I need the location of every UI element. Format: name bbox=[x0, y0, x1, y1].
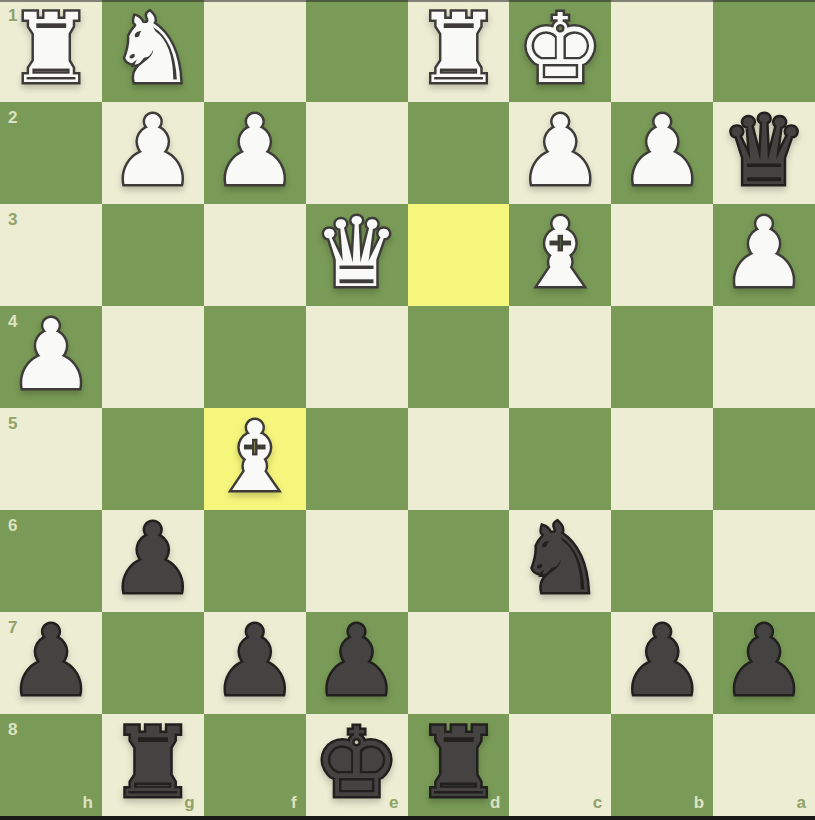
black-king-icon[interactable]: ♚ bbox=[314, 715, 400, 811]
square-b3[interactable] bbox=[611, 204, 713, 306]
black-pawn-icon[interactable]: ♟ bbox=[314, 613, 400, 709]
square-b2[interactable]: ♟ bbox=[611, 102, 713, 204]
square-h7[interactable]: ♟7 bbox=[0, 612, 102, 714]
square-g7[interactable] bbox=[102, 612, 204, 714]
square-b8[interactable]: b bbox=[611, 714, 713, 816]
square-f6[interactable] bbox=[204, 510, 306, 612]
square-c7[interactable] bbox=[509, 612, 611, 714]
square-f7[interactable]: ♟ bbox=[204, 612, 306, 714]
square-h3[interactable]: 3 bbox=[0, 204, 102, 306]
file-label-h: h bbox=[82, 794, 92, 811]
window-top-edge bbox=[0, 0, 815, 2]
rank-label-5: 5 bbox=[8, 415, 17, 432]
white-knight-icon[interactable]: ♞ bbox=[110, 1, 196, 97]
square-g4[interactable] bbox=[102, 306, 204, 408]
black-pawn-icon[interactable]: ♟ bbox=[110, 511, 196, 607]
chess-board-screen: ♜1♞♜♚2♟♟♟♟♛3♛♝♟♟45♝6♟♞♟7♟♟♟♟8h♜gf♚e♜dcba bbox=[0, 0, 815, 820]
file-label-g: g bbox=[184, 794, 194, 811]
square-c8[interactable]: c bbox=[509, 714, 611, 816]
square-h6[interactable]: 6 bbox=[0, 510, 102, 612]
square-f3[interactable] bbox=[204, 204, 306, 306]
black-pawn-icon[interactable]: ♟ bbox=[619, 613, 705, 709]
square-d2[interactable] bbox=[408, 102, 510, 204]
white-rook-icon[interactable]: ♜ bbox=[415, 1, 501, 97]
square-d7[interactable] bbox=[408, 612, 510, 714]
black-pawn-icon[interactable]: ♟ bbox=[721, 613, 807, 709]
square-b5[interactable] bbox=[611, 408, 713, 510]
square-g2[interactable]: ♟ bbox=[102, 102, 204, 204]
black-queen-icon[interactable]: ♛ bbox=[721, 103, 807, 199]
black-knight-icon[interactable]: ♞ bbox=[517, 511, 603, 607]
square-h8[interactable]: 8h bbox=[0, 714, 102, 816]
square-c6[interactable]: ♞ bbox=[509, 510, 611, 612]
square-c5[interactable] bbox=[509, 408, 611, 510]
file-label-f: f bbox=[291, 794, 297, 811]
square-d4[interactable] bbox=[408, 306, 510, 408]
square-c1[interactable]: ♚ bbox=[509, 0, 611, 102]
black-pawn-icon[interactable]: ♟ bbox=[212, 613, 298, 709]
file-label-a: a bbox=[797, 794, 806, 811]
white-bishop-icon[interactable]: ♝ bbox=[517, 205, 603, 301]
white-pawn-icon[interactable]: ♟ bbox=[517, 103, 603, 199]
white-bishop-icon[interactable]: ♝ bbox=[212, 409, 298, 505]
file-label-c: c bbox=[593, 794, 602, 811]
black-rook-icon[interactable]: ♜ bbox=[110, 715, 196, 811]
file-label-d: d bbox=[490, 794, 500, 811]
square-a7[interactable]: ♟ bbox=[713, 612, 815, 714]
square-b6[interactable] bbox=[611, 510, 713, 612]
bottom-bar bbox=[0, 816, 815, 820]
white-pawn-icon[interactable]: ♟ bbox=[8, 307, 94, 403]
white-pawn-icon[interactable]: ♟ bbox=[721, 205, 807, 301]
square-b1[interactable] bbox=[611, 0, 713, 102]
square-g6[interactable]: ♟ bbox=[102, 510, 204, 612]
square-e1[interactable] bbox=[306, 0, 408, 102]
chess-board: ♜1♞♜♚2♟♟♟♟♛3♛♝♟♟45♝6♟♞♟7♟♟♟♟8h♜gf♚e♜dcba bbox=[0, 0, 815, 816]
rank-label-4: 4 bbox=[8, 313, 17, 330]
rank-label-7: 7 bbox=[8, 619, 17, 636]
file-label-b: b bbox=[694, 794, 704, 811]
white-pawn-icon[interactable]: ♟ bbox=[110, 103, 196, 199]
square-a2[interactable]: ♛ bbox=[713, 102, 815, 204]
square-e5[interactable] bbox=[306, 408, 408, 510]
file-label-e: e bbox=[389, 794, 398, 811]
white-king-icon[interactable]: ♚ bbox=[517, 1, 603, 97]
square-f2[interactable]: ♟ bbox=[204, 102, 306, 204]
rank-label-6: 6 bbox=[8, 517, 17, 534]
square-f1[interactable] bbox=[204, 0, 306, 102]
square-c3[interactable]: ♝ bbox=[509, 204, 611, 306]
black-rook-icon[interactable]: ♜ bbox=[415, 715, 501, 811]
rank-label-8: 8 bbox=[8, 721, 17, 738]
square-e7[interactable]: ♟ bbox=[306, 612, 408, 714]
square-e6[interactable] bbox=[306, 510, 408, 612]
square-g3[interactable] bbox=[102, 204, 204, 306]
square-e8[interactable]: ♚e bbox=[306, 714, 408, 816]
square-e4[interactable] bbox=[306, 306, 408, 408]
square-g8[interactable]: ♜g bbox=[102, 714, 204, 816]
square-h1[interactable]: ♜1 bbox=[0, 0, 102, 102]
white-rook-icon[interactable]: ♜ bbox=[8, 1, 94, 97]
white-pawn-icon[interactable]: ♟ bbox=[212, 103, 298, 199]
square-d8[interactable]: ♜d bbox=[408, 714, 510, 816]
square-a5[interactable] bbox=[713, 408, 815, 510]
square-g5[interactable] bbox=[102, 408, 204, 510]
square-c4[interactable] bbox=[509, 306, 611, 408]
black-pawn-icon[interactable]: ♟ bbox=[8, 613, 94, 709]
square-d3[interactable] bbox=[408, 204, 510, 306]
rank-label-2: 2 bbox=[8, 109, 17, 126]
white-queen-icon[interactable]: ♛ bbox=[314, 205, 400, 301]
square-f4[interactable] bbox=[204, 306, 306, 408]
square-d1[interactable]: ♜ bbox=[408, 0, 510, 102]
square-a8[interactable]: a bbox=[713, 714, 815, 816]
square-h4[interactable]: ♟4 bbox=[0, 306, 102, 408]
square-h5[interactable]: 5 bbox=[0, 408, 102, 510]
rank-label-1: 1 bbox=[8, 7, 17, 24]
square-e3[interactable]: ♛ bbox=[306, 204, 408, 306]
square-f5[interactable]: ♝ bbox=[204, 408, 306, 510]
square-a4[interactable] bbox=[713, 306, 815, 408]
square-a6[interactable] bbox=[713, 510, 815, 612]
square-b7[interactable]: ♟ bbox=[611, 612, 713, 714]
square-e2[interactable] bbox=[306, 102, 408, 204]
square-a1[interactable] bbox=[713, 0, 815, 102]
square-c2[interactable]: ♟ bbox=[509, 102, 611, 204]
rank-label-3: 3 bbox=[8, 211, 17, 228]
square-d5[interactable] bbox=[408, 408, 510, 510]
square-a3[interactable]: ♟ bbox=[713, 204, 815, 306]
square-g1[interactable]: ♞ bbox=[102, 0, 204, 102]
square-h2[interactable]: 2 bbox=[0, 102, 102, 204]
square-b4[interactable] bbox=[611, 306, 713, 408]
white-pawn-icon[interactable]: ♟ bbox=[619, 103, 705, 199]
square-f8[interactable]: f bbox=[204, 714, 306, 816]
square-d6[interactable] bbox=[408, 510, 510, 612]
